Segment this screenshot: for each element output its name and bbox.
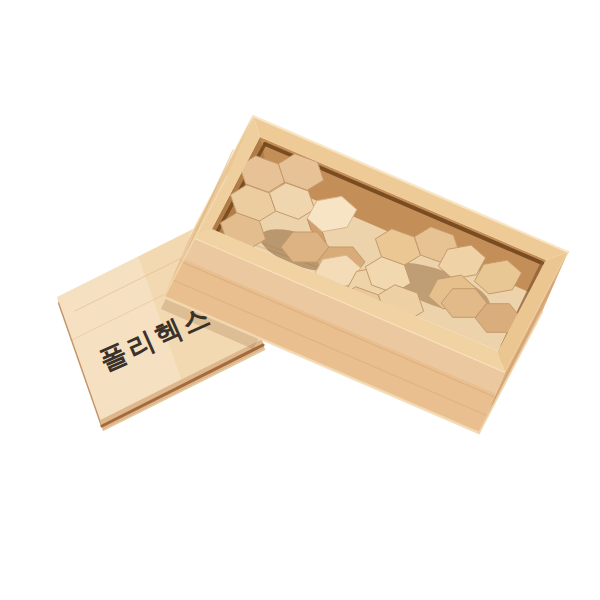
photo-canvas: 폴리헥스 — [0, 0, 600, 600]
product-photo-polyhex-puzzle: 폴리헥스 — [0, 0, 600, 600]
